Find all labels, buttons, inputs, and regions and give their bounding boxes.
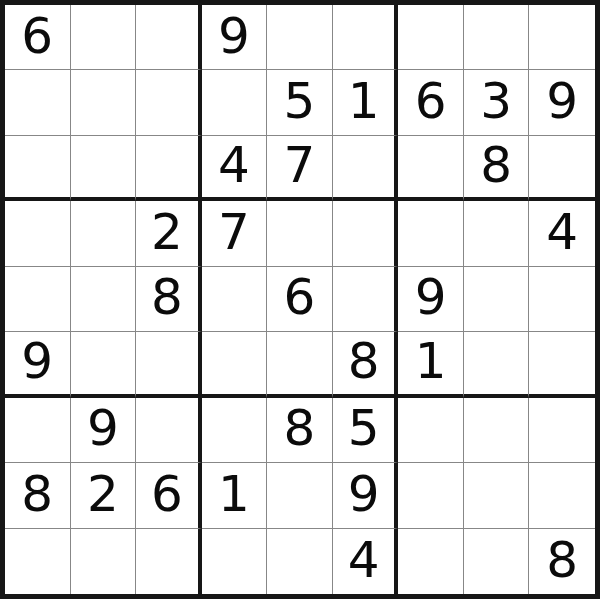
empty-cell-r9c1[interactable]	[5, 529, 71, 594]
given-cell-r3c4: 4	[202, 136, 268, 201]
given-cell-r2c5: 5	[267, 70, 333, 135]
given-cell-r8c1: 8	[5, 463, 71, 528]
empty-cell-r1c7[interactable]	[398, 5, 464, 70]
empty-cell-r1c2[interactable]	[71, 5, 137, 70]
empty-cell-r8c8[interactable]	[464, 463, 530, 528]
given-cell-r3c8: 8	[464, 136, 530, 201]
empty-cell-r4c7[interactable]	[398, 201, 464, 266]
empty-cell-r9c4[interactable]	[202, 529, 268, 594]
empty-cell-r6c9[interactable]	[529, 332, 595, 397]
empty-cell-r8c5[interactable]	[267, 463, 333, 528]
empty-cell-r4c6[interactable]	[333, 201, 399, 266]
empty-cell-r7c8[interactable]	[464, 398, 530, 463]
given-cell-r8c6: 9	[333, 463, 399, 528]
given-cell-r3c5: 7	[267, 136, 333, 201]
given-cell-r5c7: 9	[398, 267, 464, 332]
empty-cell-r6c5[interactable]	[267, 332, 333, 397]
given-cell-r4c9: 4	[529, 201, 595, 266]
empty-cell-r5c2[interactable]	[71, 267, 137, 332]
given-cell-r2c9: 9	[529, 70, 595, 135]
empty-cell-r2c1[interactable]	[5, 70, 71, 135]
empty-cell-r3c1[interactable]	[5, 136, 71, 201]
empty-cell-r7c4[interactable]	[202, 398, 268, 463]
given-cell-r8c3: 6	[136, 463, 202, 528]
empty-cell-r4c5[interactable]	[267, 201, 333, 266]
empty-cell-r7c3[interactable]	[136, 398, 202, 463]
empty-cell-r4c2[interactable]	[71, 201, 137, 266]
given-cell-r9c6: 4	[333, 529, 399, 594]
given-cell-r2c7: 6	[398, 70, 464, 135]
empty-cell-r9c2[interactable]	[71, 529, 137, 594]
empty-cell-r6c8[interactable]	[464, 332, 530, 397]
empty-cell-r1c5[interactable]	[267, 5, 333, 70]
empty-cell-r6c3[interactable]	[136, 332, 202, 397]
empty-cell-r5c6[interactable]	[333, 267, 399, 332]
empty-cell-r7c1[interactable]	[5, 398, 71, 463]
empty-cell-r3c9[interactable]	[529, 136, 595, 201]
given-cell-r8c4: 1	[202, 463, 268, 528]
given-cell-r7c6: 5	[333, 398, 399, 463]
empty-cell-r1c9[interactable]	[529, 5, 595, 70]
empty-cell-r3c7[interactable]	[398, 136, 464, 201]
given-cell-r5c3: 8	[136, 267, 202, 332]
empty-cell-r1c8[interactable]	[464, 5, 530, 70]
given-cell-r6c7: 1	[398, 332, 464, 397]
given-cell-r2c6: 1	[333, 70, 399, 135]
empty-cell-r5c1[interactable]	[5, 267, 71, 332]
empty-cell-r1c3[interactable]	[136, 5, 202, 70]
given-cell-r7c5: 8	[267, 398, 333, 463]
given-cell-r1c4: 9	[202, 5, 268, 70]
given-cell-r7c2: 9	[71, 398, 137, 463]
empty-cell-r8c7[interactable]	[398, 463, 464, 528]
empty-cell-r1c6[interactable]	[333, 5, 399, 70]
empty-cell-r3c6[interactable]	[333, 136, 399, 201]
given-cell-r4c4: 7	[202, 201, 268, 266]
empty-cell-r3c3[interactable]	[136, 136, 202, 201]
empty-cell-r2c4[interactable]	[202, 70, 268, 135]
given-cell-r2c8: 3	[464, 70, 530, 135]
empty-cell-r5c9[interactable]	[529, 267, 595, 332]
empty-cell-r9c3[interactable]	[136, 529, 202, 594]
empty-cell-r4c8[interactable]	[464, 201, 530, 266]
given-cell-r6c1: 9	[5, 332, 71, 397]
empty-cell-r7c7[interactable]	[398, 398, 464, 463]
given-cell-r5c5: 6	[267, 267, 333, 332]
empty-cell-r4c1[interactable]	[5, 201, 71, 266]
empty-cell-r9c8[interactable]	[464, 529, 530, 594]
empty-cell-r5c8[interactable]	[464, 267, 530, 332]
empty-cell-r5c4[interactable]	[202, 267, 268, 332]
empty-cell-r6c2[interactable]	[71, 332, 137, 397]
empty-cell-r8c9[interactable]	[529, 463, 595, 528]
empty-cell-r9c7[interactable]	[398, 529, 464, 594]
given-cell-r8c2: 2	[71, 463, 137, 528]
empty-cell-r3c2[interactable]	[71, 136, 137, 201]
given-cell-r6c6: 8	[333, 332, 399, 397]
empty-cell-r7c9[interactable]	[529, 398, 595, 463]
given-cell-r9c9: 8	[529, 529, 595, 594]
empty-cell-r2c2[interactable]	[71, 70, 137, 135]
empty-cell-r9c5[interactable]	[267, 529, 333, 594]
empty-cell-r2c3[interactable]	[136, 70, 202, 135]
empty-cell-r6c4[interactable]	[202, 332, 268, 397]
given-cell-r1c1: 6	[5, 5, 71, 70]
given-cell-r4c3: 2	[136, 201, 202, 266]
sudoku-board: 69516394782748699819858261948	[0, 0, 600, 599]
